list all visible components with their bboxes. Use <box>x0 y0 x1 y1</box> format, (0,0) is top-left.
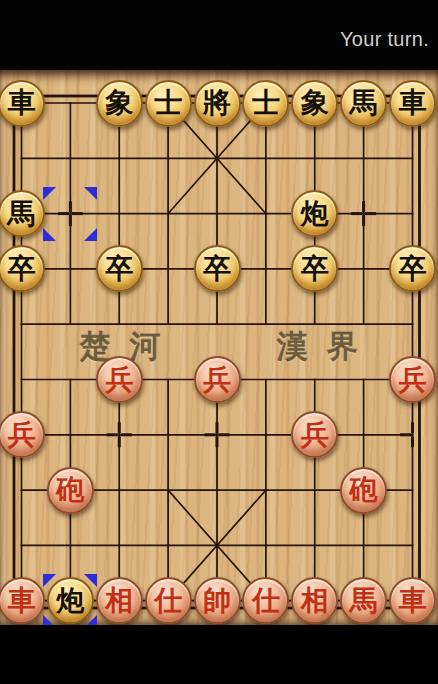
piece-red-advisor[interactable]: 仕 <box>145 577 192 624</box>
piece-red-horse[interactable]: 馬 <box>340 577 387 624</box>
last-move-marker <box>43 187 97 241</box>
piece-red-soldier[interactable]: 兵 <box>389 356 436 403</box>
marker-corner-bl <box>43 228 56 241</box>
piece-black-chariot[interactable]: 車 <box>389 80 436 127</box>
piece-red-soldier[interactable]: 兵 <box>194 356 241 403</box>
piece-red-soldier[interactable]: 兵 <box>96 356 143 403</box>
piece-black-horse[interactable]: 馬 <box>340 80 387 127</box>
piece-red-elephant[interactable]: 相 <box>96 577 143 624</box>
piece-red-chariot[interactable]: 車 <box>389 577 436 624</box>
marker-corner-tr <box>84 187 97 200</box>
board-grid <box>0 70 438 625</box>
xiangqi-board[interactable]: 楚 河 漢 界 車象士將士象馬車馬炮卒卒卒卒卒兵兵兵兵兵砲砲車炮相仕帥仕相馬車 <box>0 70 438 625</box>
piece-black-elephant[interactable]: 象 <box>291 80 338 127</box>
bottom-area <box>0 625 438 684</box>
piece-black-advisor[interactable]: 士 <box>242 80 289 127</box>
piece-black-general[interactable]: 將 <box>194 80 241 127</box>
piece-red-general[interactable]: 帥 <box>194 577 241 624</box>
piece-black-elephant[interactable]: 象 <box>96 80 143 127</box>
piece-red-cannon[interactable]: 砲 <box>47 467 94 514</box>
piece-black-cannon[interactable]: 炮 <box>291 190 338 237</box>
marker-corner-br <box>84 228 97 241</box>
piece-black-soldier[interactable]: 卒 <box>194 245 241 292</box>
status-bar: Your turn. <box>0 0 438 70</box>
piece-black-advisor[interactable]: 士 <box>145 80 192 127</box>
piece-black-soldier[interactable]: 卒 <box>96 245 143 292</box>
river-label-han-jie: 漢 界 <box>277 326 362 368</box>
marker-corner-tl <box>43 187 56 200</box>
piece-black-cannon[interactable]: 炮 <box>47 577 94 624</box>
status-text: Your turn. <box>340 28 429 51</box>
piece-red-cannon[interactable]: 砲 <box>340 467 387 514</box>
piece-black-chariot[interactable]: 車 <box>0 80 45 127</box>
app-screen: Your turn. 楚 河 漢 界 車象士將士象馬車馬炮卒卒卒卒卒兵兵兵兵兵砲… <box>0 0 438 684</box>
